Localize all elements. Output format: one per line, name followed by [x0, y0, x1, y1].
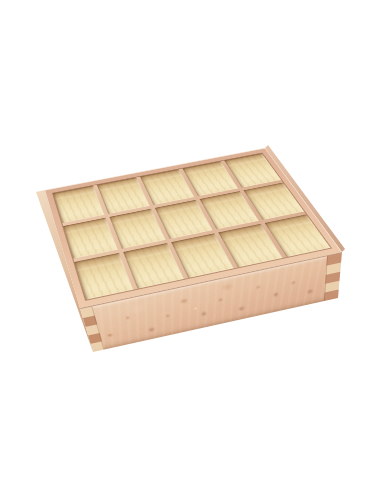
finger-joint-right	[324, 253, 342, 301]
compartment-r1-c2	[97, 177, 150, 213]
product-photo	[0, 0, 381, 492]
compartment-r1-c1	[53, 186, 104, 223]
compartment-r3-c1	[74, 253, 133, 300]
compartment-r2-c1	[63, 217, 118, 259]
finger-joint-left	[80, 306, 104, 352]
